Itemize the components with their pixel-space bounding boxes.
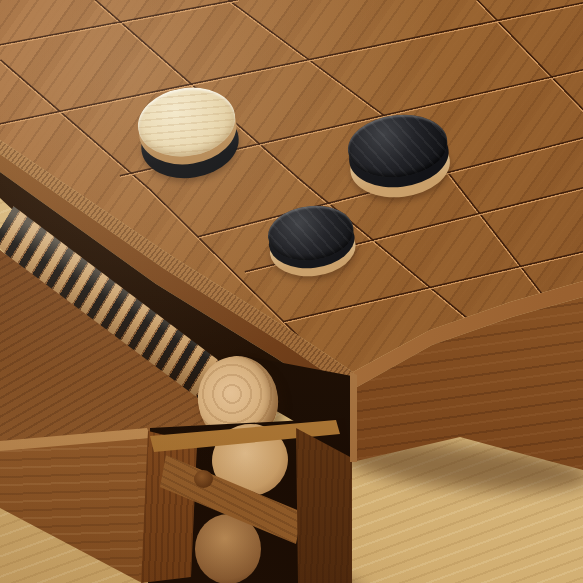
disc-white-d1 (128, 76, 249, 193)
scene-photo (0, 0, 583, 583)
dowel-pin (194, 470, 213, 488)
disc-black-c2 (340, 105, 459, 211)
grid-groove-col-2a (0, 1, 583, 125)
grid-groove-row-4a (476, 0, 583, 112)
disc-black-b1 (260, 197, 363, 290)
grid-groove-col-1a (0, 0, 239, 46)
